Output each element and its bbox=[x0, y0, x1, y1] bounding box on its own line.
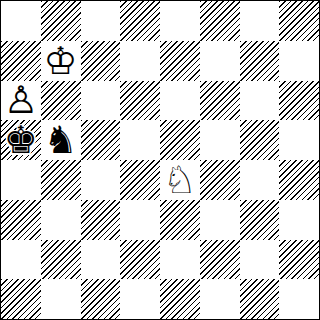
square-b6[interactable] bbox=[41, 81, 81, 121]
square-f3[interactable] bbox=[200, 200, 240, 240]
square-g2[interactable] bbox=[240, 240, 280, 280]
square-e6[interactable] bbox=[160, 81, 200, 121]
square-g6[interactable] bbox=[240, 81, 280, 121]
square-h7[interactable] bbox=[279, 41, 319, 81]
square-f2[interactable] bbox=[200, 240, 240, 280]
square-g1[interactable] bbox=[240, 279, 280, 319]
square-g3[interactable] bbox=[240, 200, 280, 240]
square-a6[interactable]: ♙ bbox=[1, 81, 41, 121]
square-g4[interactable] bbox=[240, 160, 280, 200]
square-c1[interactable] bbox=[81, 279, 121, 319]
square-f7[interactable] bbox=[200, 41, 240, 81]
square-d1[interactable] bbox=[120, 279, 160, 319]
square-b8[interactable] bbox=[41, 1, 81, 41]
square-d6[interactable] bbox=[120, 81, 160, 121]
square-e7[interactable] bbox=[160, 41, 200, 81]
square-g8[interactable] bbox=[240, 1, 280, 41]
square-h5[interactable] bbox=[279, 120, 319, 160]
square-e3[interactable] bbox=[160, 200, 200, 240]
square-c6[interactable] bbox=[81, 81, 121, 121]
square-f5[interactable] bbox=[200, 120, 240, 160]
piece-black-knight[interactable]: ♞ bbox=[44, 121, 78, 159]
square-a7[interactable] bbox=[1, 41, 41, 81]
piece-black-king[interactable]: ♚ bbox=[4, 121, 38, 159]
square-b4[interactable] bbox=[41, 160, 81, 200]
square-c2[interactable] bbox=[81, 240, 121, 280]
square-a3[interactable] bbox=[1, 200, 41, 240]
square-a1[interactable] bbox=[1, 279, 41, 319]
square-e8[interactable] bbox=[160, 1, 200, 41]
square-b3[interactable] bbox=[41, 200, 81, 240]
square-c3[interactable] bbox=[81, 200, 121, 240]
square-d4[interactable] bbox=[120, 160, 160, 200]
square-h8[interactable] bbox=[279, 1, 319, 41]
square-c5[interactable] bbox=[81, 120, 121, 160]
square-e4[interactable]: ♘ bbox=[160, 160, 200, 200]
square-a2[interactable] bbox=[1, 240, 41, 280]
square-d5[interactable] bbox=[120, 120, 160, 160]
square-b7[interactable]: ♔ bbox=[41, 41, 81, 81]
square-e5[interactable] bbox=[160, 120, 200, 160]
square-d7[interactable] bbox=[120, 41, 160, 81]
square-c4[interactable] bbox=[81, 160, 121, 200]
square-b2[interactable] bbox=[41, 240, 81, 280]
square-a4[interactable] bbox=[1, 160, 41, 200]
square-c7[interactable] bbox=[81, 41, 121, 81]
square-a8[interactable] bbox=[1, 1, 41, 41]
piece-white-knight[interactable]: ♘ bbox=[163, 161, 197, 199]
square-b5[interactable]: ♞ bbox=[41, 120, 81, 160]
square-f4[interactable] bbox=[200, 160, 240, 200]
square-h6[interactable] bbox=[279, 81, 319, 121]
square-e1[interactable] bbox=[160, 279, 200, 319]
square-g7[interactable] bbox=[240, 41, 280, 81]
square-a5[interactable]: ♚ bbox=[1, 120, 41, 160]
square-f8[interactable] bbox=[200, 1, 240, 41]
square-d8[interactable] bbox=[120, 1, 160, 41]
square-d2[interactable] bbox=[120, 240, 160, 280]
square-f1[interactable] bbox=[200, 279, 240, 319]
square-h4[interactable] bbox=[279, 160, 319, 200]
square-d3[interactable] bbox=[120, 200, 160, 240]
chess-board: ♔♙♚♞♘ bbox=[0, 0, 320, 320]
square-f6[interactable] bbox=[200, 81, 240, 121]
square-c8[interactable] bbox=[81, 1, 121, 41]
square-e2[interactable] bbox=[160, 240, 200, 280]
square-h1[interactable] bbox=[279, 279, 319, 319]
piece-white-king[interactable]: ♔ bbox=[44, 42, 78, 80]
piece-white-pawn[interactable]: ♙ bbox=[4, 81, 38, 119]
square-h2[interactable] bbox=[279, 240, 319, 280]
square-h3[interactable] bbox=[279, 200, 319, 240]
square-b1[interactable] bbox=[41, 279, 81, 319]
square-g5[interactable] bbox=[240, 120, 280, 160]
